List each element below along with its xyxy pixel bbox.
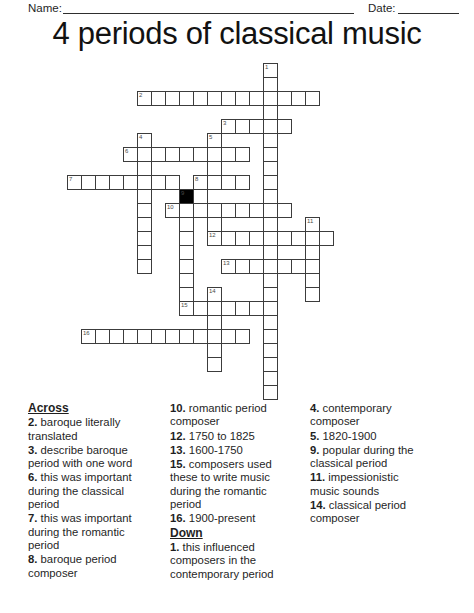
cell-number-4: 4 [139, 134, 142, 140]
cell-r15-c8[interactable] [179, 273, 194, 288]
clue-across-2: 2. baroque literally translated [28, 416, 147, 443]
cell-r7-c14[interactable] [263, 161, 278, 176]
clue-across-6: 6. this was important during the classic… [28, 471, 147, 511]
cell-r9-c9[interactable] [193, 189, 208, 204]
cell-r6-c10[interactable] [207, 147, 222, 162]
black-cell: 9 [179, 189, 194, 204]
cell-r11-c5[interactable] [137, 217, 152, 232]
cell-number-13: 13 [223, 260, 230, 266]
cell-r10-c8[interactable] [179, 203, 194, 218]
clue-number: 7. [28, 512, 37, 524]
cell-r13-c14[interactable] [263, 245, 278, 260]
cell-r4-c15[interactable] [277, 119, 292, 134]
across-header: Across [28, 402, 147, 415]
cell-r10-c5[interactable] [137, 203, 152, 218]
cell-number-3: 3 [223, 120, 226, 126]
cell-r12-c16[interactable] [291, 231, 306, 246]
cell-r19-c6[interactable] [151, 329, 166, 344]
cell-number-10: 10 [167, 204, 174, 210]
cell-r9-c5[interactable] [137, 189, 152, 204]
cell-r8-c1[interactable] [81, 175, 96, 190]
clue-number: 11. [310, 471, 325, 483]
cell-r10-c7[interactable]: 10 [165, 203, 180, 218]
cell-r6-c5[interactable] [137, 147, 152, 162]
cell-number-8: 8 [195, 176, 198, 182]
clue-number: 12. [170, 430, 186, 442]
cell-r21-c14[interactable] [263, 357, 278, 372]
cell-r15-c17[interactable] [305, 273, 320, 288]
cell-r2-c17[interactable] [305, 91, 320, 106]
cell-r1-c14[interactable] [263, 77, 278, 92]
cell-r12-c5[interactable] [137, 231, 152, 246]
cell-r11-c10[interactable] [207, 217, 222, 232]
cell-r23-c14[interactable] [263, 385, 278, 400]
cell-r11-c14[interactable] [263, 217, 278, 232]
clue-column-2: 10. romantic period composer12. 1750 to … [170, 402, 296, 582]
cell-r12-c14[interactable] [263, 231, 278, 246]
cell-number-12: 12 [209, 232, 216, 238]
cell-r8-c2[interactable] [95, 175, 110, 190]
clue-across-7: 7. this was important during the romanti… [28, 512, 147, 552]
cell-r22-c14[interactable] [263, 371, 278, 386]
cell-r2-c16[interactable] [291, 91, 306, 106]
cell-number-9: 9 [181, 190, 184, 196]
clue-number: 9. [310, 444, 319, 456]
cell-r10-c9[interactable] [193, 203, 208, 218]
cell-r19-c1[interactable]: 16 [81, 329, 96, 344]
clue-across-10: 10. romantic period composer [170, 402, 296, 429]
cell-r13-c8[interactable] [179, 245, 194, 260]
cell-number-15: 15 [181, 302, 188, 308]
cell-r14-c17[interactable] [305, 259, 320, 274]
cell-r14-c8[interactable] [179, 259, 194, 274]
cell-number-11: 11 [307, 218, 313, 224]
cell-r20-c14[interactable] [263, 343, 278, 358]
cell-r4-c14[interactable] [263, 119, 278, 134]
cell-r19-c7[interactable] [165, 329, 180, 344]
cell-r11-c17[interactable]: 11 [305, 217, 320, 232]
cell-number-7: 7 [69, 176, 72, 182]
down-header: Down [170, 527, 296, 540]
cell-r15-c14[interactable] [263, 273, 278, 288]
clue-across-15: 15. composers used these to write music … [170, 458, 296, 511]
cell-r16-c17[interactable] [305, 287, 320, 302]
cell-r17-c10[interactable] [207, 301, 222, 316]
cell-r2-c7[interactable] [165, 91, 180, 106]
name-label: Name: [28, 2, 62, 14]
cell-r10-c11[interactable] [221, 203, 236, 218]
cell-r2-c12[interactable] [235, 91, 250, 106]
cell-number-16: 16 [83, 330, 90, 336]
cell-r12-c13[interactable] [249, 231, 264, 246]
cell-r10-c14[interactable] [263, 203, 278, 218]
clue-number: 14. [310, 499, 326, 511]
cell-r8-c5[interactable] [137, 175, 152, 190]
cell-r2-c6[interactable] [151, 91, 166, 106]
cell-r11-c8[interactable] [179, 217, 194, 232]
cell-number-6: 6 [125, 148, 128, 154]
cell-r20-c10[interactable] [207, 343, 222, 358]
cell-r8-c11[interactable] [221, 175, 236, 190]
cell-r5-c14[interactable] [263, 133, 278, 148]
cell-r2-c10[interactable] [207, 91, 222, 106]
cell-r12-c11[interactable] [221, 231, 236, 246]
clue-number: 16. [170, 512, 186, 524]
clue-column-3: 4. contemporary composer5. 1820-19009. p… [310, 402, 426, 527]
cell-r18-c10[interactable] [207, 315, 222, 330]
cell-r12-c15[interactable] [277, 231, 292, 246]
cell-r2-c5[interactable]: 2 [137, 91, 152, 106]
cell-r0-c14[interactable]: 1 [263, 63, 278, 78]
cell-r2-c15[interactable] [277, 91, 292, 106]
clue-across-12: 12. 1750 to 1825 [170, 430, 296, 443]
cell-r2-c11[interactable] [221, 91, 236, 106]
page-title: 4 periods of classical music [0, 16, 474, 52]
cell-r14-c5[interactable] [137, 259, 152, 274]
cell-r6-c14[interactable] [263, 147, 278, 162]
cell-r18-c14[interactable] [263, 315, 278, 330]
cell-r2-c8[interactable] [179, 91, 194, 106]
name-blank-line [63, 1, 354, 14]
cell-r8-c10[interactable] [207, 175, 222, 190]
cell-r8-c7[interactable] [165, 175, 180, 190]
cell-number-1: 1 [265, 64, 268, 70]
clue-number: 8. [28, 553, 37, 565]
cell-r13-c5[interactable] [137, 245, 152, 260]
clue-down-1: 1. this influenced composers in the cont… [170, 541, 296, 581]
cell-r6-c12[interactable] [235, 147, 250, 162]
cell-r6-c4[interactable]: 6 [123, 147, 138, 162]
cell-r2-c9[interactable] [193, 91, 208, 106]
cell-r16-c14[interactable] [263, 287, 278, 302]
cell-r19-c10[interactable] [207, 329, 222, 344]
date-blank-line [398, 1, 459, 14]
clue-down-11: 11. impessionistic music sounds [310, 471, 426, 498]
cell-r12-c12[interactable] [235, 231, 250, 246]
cell-r19-c9[interactable] [193, 329, 208, 344]
cell-r10-c10[interactable] [207, 203, 222, 218]
cell-r4-c13[interactable] [249, 119, 264, 134]
cell-r8-c4[interactable] [123, 175, 138, 190]
cell-r17-c12[interactable] [235, 301, 250, 316]
clue-down-14: 14. classical period composer [310, 499, 426, 526]
date-label: Date: [368, 2, 396, 14]
cell-r14-c11[interactable]: 13 [221, 259, 236, 274]
cell-r8-c12[interactable] [235, 175, 250, 190]
cell-r13-c17[interactable] [305, 245, 320, 260]
clue-down-5: 5. 1820-1900 [310, 430, 426, 443]
cell-r14-c12[interactable] [235, 259, 250, 274]
cell-r8-c0[interactable]: 7 [67, 175, 82, 190]
cell-r19-c11[interactable] [221, 329, 236, 344]
cell-r19-c3[interactable] [109, 329, 124, 344]
cell-r19-c14[interactable] [263, 329, 278, 344]
cell-r12-c18[interactable] [319, 231, 334, 246]
cell-r3-c14[interactable] [263, 105, 278, 120]
cell-r14-c15[interactable] [277, 259, 292, 274]
clue-number: 13. [170, 444, 186, 456]
clue-column-1: Across2. baroque literally translated3. … [28, 402, 147, 581]
clue-across-13: 13. 1600-1750 [170, 444, 296, 457]
cell-r19-c8[interactable] [179, 329, 194, 344]
cell-r14-c16[interactable] [291, 259, 306, 274]
clue-number: 3. [28, 444, 37, 456]
clue-number: 4. [310, 402, 319, 414]
cell-r17-c8[interactable]: 15 [179, 301, 194, 316]
cell-r8-c6[interactable] [151, 175, 166, 190]
cell-r17-c11[interactable] [221, 301, 236, 316]
cell-r8-c3[interactable] [109, 175, 124, 190]
cell-r12-c10[interactable]: 12 [207, 231, 222, 246]
clue-down-4: 4. contemporary composer [310, 402, 426, 429]
cell-r8-c9[interactable]: 8 [193, 175, 208, 190]
clue-across-8: 8. baroque period composer [28, 553, 147, 580]
cell-r8-c14[interactable] [263, 175, 278, 190]
cell-r10-c13[interactable] [249, 203, 264, 218]
cell-r6-c6[interactable] [151, 147, 166, 162]
cell-r2-c14[interactable] [263, 91, 278, 106]
clue-number: 5. [310, 430, 319, 442]
cell-r9-c14[interactable] [263, 189, 278, 204]
clue-down-9: 9. popular during the classical period [310, 444, 426, 471]
cell-r4-c12[interactable] [235, 119, 250, 134]
cell-r5-c10[interactable]: 5 [207, 133, 222, 148]
cell-r6-c11[interactable] [221, 147, 236, 162]
cell-r12-c17[interactable] [305, 231, 320, 246]
cell-r16-c10[interactable]: 14 [207, 287, 222, 302]
cell-r6-c7[interactable] [165, 147, 180, 162]
cell-r19-c2[interactable] [95, 329, 110, 344]
cell-r10-c12[interactable] [235, 203, 250, 218]
cell-r14-c14[interactable] [263, 259, 278, 274]
clue-across-3: 3. describe baroque period with one word [28, 444, 147, 471]
cell-r4-c11[interactable]: 3 [221, 119, 236, 134]
cell-r19-c5[interactable] [137, 329, 152, 344]
clue-number: 10. [170, 402, 186, 414]
cell-r21-c10[interactable] [207, 357, 222, 372]
cell-r17-c14[interactable] [263, 301, 278, 316]
cell-r7-c10[interactable] [207, 161, 222, 176]
cell-number-14: 14 [209, 288, 216, 294]
clue-number: 2. [28, 416, 37, 428]
cell-r6-c9[interactable] [193, 147, 208, 162]
crossword-grid: 12345678910111213141516 [67, 63, 334, 400]
cell-r10-c15[interactable] [277, 203, 292, 218]
cell-r19-c12[interactable] [235, 329, 250, 344]
clue-number: 15. [170, 458, 186, 470]
cell-number-2: 2 [139, 92, 142, 98]
cell-number-5: 5 [209, 134, 212, 140]
cell-r17-c13[interactable] [249, 301, 264, 316]
cell-r5-c5[interactable]: 4 [137, 133, 152, 148]
clue-across-16: 16. 1900-present [170, 512, 296, 525]
cell-r16-c8[interactable] [179, 287, 194, 302]
cell-r12-c8[interactable] [179, 231, 194, 246]
cell-r19-c4[interactable] [123, 329, 138, 344]
cell-r14-c13[interactable] [249, 259, 264, 274]
clue-number: 6. [28, 471, 37, 483]
cell-r2-c13[interactable] [249, 91, 264, 106]
cell-r7-c5[interactable] [137, 161, 152, 176]
cell-r17-c9[interactable] [193, 301, 208, 316]
cell-r6-c8[interactable] [179, 147, 194, 162]
clue-number: 1. [170, 541, 179, 553]
